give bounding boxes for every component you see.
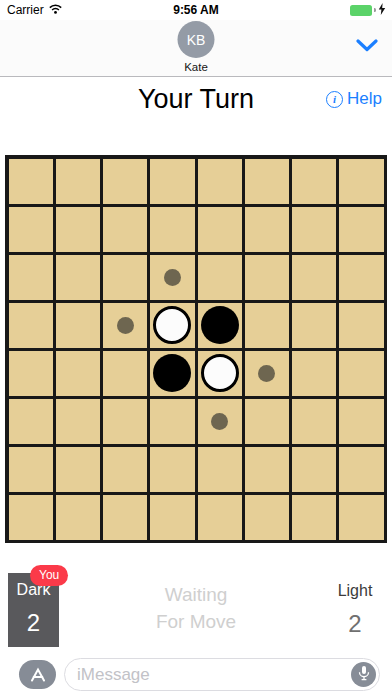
board-cell[interactable] <box>198 495 242 540</box>
wifi-icon <box>48 3 63 17</box>
status-line-1: Waiting <box>96 581 296 608</box>
board-cell[interactable] <box>339 207 383 252</box>
board-cell[interactable] <box>103 207 147 252</box>
board-cell[interactable] <box>56 303 100 348</box>
board-cell[interactable] <box>339 303 383 348</box>
contact-name: Kate <box>0 61 392 73</box>
board-cell[interactable] <box>292 207 336 252</box>
board-cell[interactable] <box>56 351 100 396</box>
board-cell[interactable] <box>245 159 289 204</box>
screen: 9:56 AM Carrier KB Kate Your Turn i Help… <box>0 0 392 696</box>
battery-tip <box>374 8 376 12</box>
light-disc <box>201 354 239 392</box>
board-cell[interactable] <box>292 447 336 492</box>
board-cell[interactable] <box>103 159 147 204</box>
help-label: Help <box>347 89 382 109</box>
board-cell[interactable] <box>103 447 147 492</box>
light-score-panel: Light 2 <box>315 582 392 638</box>
board-cell[interactable] <box>56 159 100 204</box>
board-cell[interactable] <box>198 207 242 252</box>
light-disc <box>153 306 191 344</box>
board-cell[interactable] <box>103 255 147 300</box>
message-field-container <box>64 658 380 691</box>
dark-disc <box>153 354 191 392</box>
board-cell[interactable] <box>103 351 147 396</box>
board-cell[interactable] <box>245 495 289 540</box>
board-cell[interactable] <box>150 207 194 252</box>
board-cell[interactable] <box>292 159 336 204</box>
chevron-down-icon <box>356 40 378 55</box>
status-bar: 9:56 AM Carrier <box>0 0 392 20</box>
conversation-header: KB Kate <box>0 20 392 77</box>
board-cell[interactable] <box>9 447 53 492</box>
board-cell[interactable] <box>9 207 53 252</box>
help-button[interactable]: i Help <box>326 89 382 109</box>
board-cell[interactable] <box>292 495 336 540</box>
board-cell[interactable] <box>9 255 53 300</box>
legal-move-dot <box>164 269 181 286</box>
board-cell[interactable] <box>292 303 336 348</box>
board-cell[interactable] <box>198 159 242 204</box>
legal-move-dot <box>211 413 228 430</box>
board-cell[interactable] <box>245 399 289 444</box>
avatar-initials: KB <box>187 32 206 48</box>
message-input[interactable] <box>65 659 379 690</box>
board-cell[interactable] <box>245 207 289 252</box>
board-cell[interactable] <box>245 447 289 492</box>
board-cell[interactable] <box>245 255 289 300</box>
status-line-2: For Move <box>96 608 296 635</box>
avatar[interactable]: KB <box>178 21 215 58</box>
board <box>5 155 387 543</box>
board-cell[interactable] <box>339 399 383 444</box>
collapse-conversation-button[interactable] <box>354 37 380 57</box>
board-cell[interactable] <box>245 303 289 348</box>
battery-icon <box>350 5 372 16</box>
board-cell[interactable] <box>150 303 194 348</box>
board-cell[interactable] <box>292 399 336 444</box>
board-cell[interactable] <box>56 495 100 540</box>
board-cell[interactable] <box>9 351 53 396</box>
carrier-label: Carrier <box>7 3 44 17</box>
board-cell[interactable] <box>292 351 336 396</box>
board-cell[interactable] <box>56 447 100 492</box>
board-cell[interactable] <box>198 351 242 396</box>
dictation-button[interactable] <box>351 662 376 687</box>
board-cell[interactable] <box>103 399 147 444</box>
board-cell[interactable] <box>56 255 100 300</box>
microphone-icon <box>358 665 370 684</box>
light-count: 2 <box>315 610 392 638</box>
you-badge: You <box>30 565 68 586</box>
board-cell[interactable] <box>339 351 383 396</box>
app-store-icon[interactable] <box>19 660 56 689</box>
board-cell[interactable] <box>9 159 53 204</box>
carrier-area: Carrier <box>7 0 63 20</box>
board-cell[interactable] <box>339 495 383 540</box>
board-cell[interactable] <box>150 255 194 300</box>
board-cell[interactable] <box>339 447 383 492</box>
board-cell[interactable] <box>56 207 100 252</box>
board-cell[interactable] <box>198 447 242 492</box>
board-cell[interactable] <box>292 255 336 300</box>
dark-disc <box>201 306 239 344</box>
info-icon: i <box>326 91 343 108</box>
legal-move-dot <box>117 317 134 334</box>
board-cell[interactable] <box>198 399 242 444</box>
status-message: Waiting For Move <box>96 581 296 635</box>
legal-move-dot <box>258 365 275 382</box>
board-cell[interactable] <box>9 303 53 348</box>
dark-count: 2 <box>8 609 59 637</box>
board-cell[interactable] <box>9 399 53 444</box>
board-cell[interactable] <box>150 495 194 540</box>
board-cell[interactable] <box>245 351 289 396</box>
battery-indicator <box>350 0 386 20</box>
board-cell[interactable] <box>56 399 100 444</box>
board-cell[interactable] <box>339 255 383 300</box>
board-cell[interactable] <box>103 303 147 348</box>
board-cell[interactable] <box>150 399 194 444</box>
board-cell[interactable] <box>150 447 194 492</box>
board-cell[interactable] <box>150 159 194 204</box>
board-cell[interactable] <box>198 255 242 300</box>
board-cell[interactable] <box>339 159 383 204</box>
charging-bolt-icon <box>378 1 386 19</box>
board-cell[interactable] <box>150 351 194 396</box>
board-cell[interactable] <box>103 495 147 540</box>
board-cell[interactable] <box>198 303 242 348</box>
board-cell[interactable] <box>9 495 53 540</box>
light-label: Light <box>315 582 392 600</box>
